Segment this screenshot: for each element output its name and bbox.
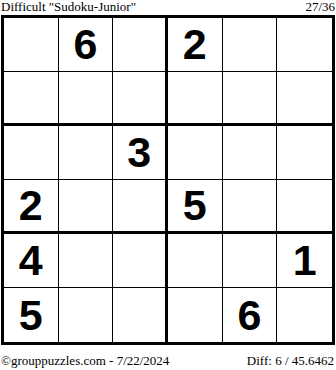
cell-r5c2[interactable] [59,234,114,288]
sudoku-board: 623254156 [1,15,335,345]
cell-r4c2[interactable] [59,180,114,234]
cell-r6c3[interactable] [113,288,168,342]
cell-r2c5[interactable] [223,72,278,126]
cell-r6c5: 6 [223,288,278,342]
cell-r3c1[interactable] [4,126,59,180]
cell-r1c3[interactable] [113,18,168,72]
cell-r4c6[interactable] [277,180,332,234]
cell-r6c1: 5 [4,288,59,342]
cell-r3c6[interactable] [277,126,332,180]
copyright-text: ©grouppuzzles.com - 7/22/2024 [1,353,169,368]
difficulty-text: Diff: 6 / 45.6462 [247,353,334,368]
cell-r1c6[interactable] [277,18,332,72]
cell-r5c5[interactable] [223,234,278,288]
puzzle-title: Difficult "Sudoku-Junior" [1,0,136,14]
cell-r5c6: 1 [277,234,332,288]
footer: ©grouppuzzles.com - 7/22/2024 Diff: 6 / … [0,353,336,368]
cell-r6c2[interactable] [59,288,114,342]
cell-r3c5[interactable] [223,126,278,180]
cell-r2c6[interactable] [277,72,332,126]
progress-counter: 27/36 [305,0,335,14]
cell-r3c2[interactable] [59,126,114,180]
cell-r3c3: 3 [113,126,168,180]
cell-r2c1[interactable] [4,72,59,126]
cell-r4c4: 5 [168,180,223,234]
cell-r3c4[interactable] [168,126,223,180]
cell-r4c1: 2 [4,180,59,234]
cell-r1c2: 6 [59,18,114,72]
cell-r1c4: 2 [168,18,223,72]
cell-r2c4[interactable] [168,72,223,126]
cell-r6c6[interactable] [277,288,332,342]
cell-r4c5[interactable] [223,180,278,234]
cell-r2c3[interactable] [113,72,168,126]
cell-r4c3[interactable] [113,180,168,234]
cell-r1c5[interactable] [223,18,278,72]
cell-r6c4[interactable] [168,288,223,342]
header: Difficult "Sudoku-Junior" 27/36 [0,0,336,15]
cell-r1c1[interactable] [4,18,59,72]
cell-r5c1: 4 [4,234,59,288]
cell-r5c3[interactable] [113,234,168,288]
cell-r2c2[interactable] [59,72,114,126]
cell-r5c4[interactable] [168,234,223,288]
